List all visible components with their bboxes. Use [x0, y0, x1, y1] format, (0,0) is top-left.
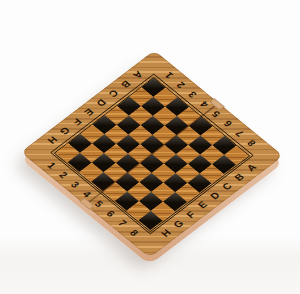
product-photo: 12345678 12345678 ABCDEFGH ABCDEFGH [0, 0, 300, 294]
chessboard: 12345678 12345678 ABCDEFGH ABCDEFGH [20, 50, 283, 258]
